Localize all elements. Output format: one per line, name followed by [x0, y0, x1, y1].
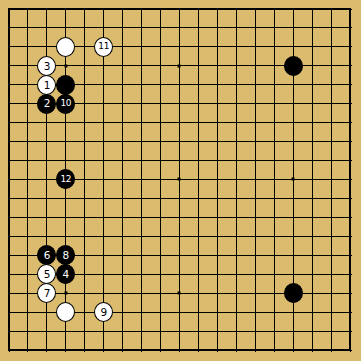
board-cell[interactable] [208, 113, 227, 132]
board-cell[interactable] [340, 246, 359, 265]
board-cell[interactable] [265, 227, 284, 246]
board-cell[interactable] [246, 303, 265, 322]
board-cell[interactable] [246, 37, 265, 56]
board-cell[interactable] [303, 265, 322, 284]
board-cell[interactable] [75, 265, 94, 284]
board-cell[interactable] [94, 170, 113, 189]
board-cell[interactable] [303, 208, 322, 227]
board-cell[interactable] [113, 37, 132, 56]
board-cell[interactable] [227, 94, 246, 113]
board-cell[interactable] [246, 132, 265, 151]
board-cell[interactable]: 1 [37, 75, 56, 94]
board-cell[interactable] [113, 18, 132, 37]
board-cell[interactable] [246, 321, 265, 340]
board-cell[interactable] [227, 151, 246, 170]
board-cell[interactable]: 8 [56, 246, 75, 265]
board-cell[interactable] [75, 132, 94, 151]
board-cell[interactable] [113, 75, 132, 94]
board-cell[interactable] [0, 246, 18, 265]
board-cell[interactable]: 11 [94, 37, 113, 56]
board-cell[interactable] [75, 18, 94, 37]
board-cell[interactable] [189, 132, 208, 151]
board-cell[interactable] [227, 113, 246, 132]
board-cell[interactable] [340, 189, 359, 208]
board-cell[interactable] [18, 94, 37, 113]
board-cell[interactable] [321, 37, 340, 56]
board-cell[interactable] [94, 208, 113, 227]
board-cell[interactable] [113, 303, 132, 322]
board-cell[interactable] [208, 189, 227, 208]
board-cell[interactable] [227, 37, 246, 56]
board-cell[interactable] [170, 18, 189, 37]
board-cell[interactable] [189, 18, 208, 37]
board-cell[interactable] [37, 303, 56, 322]
board-cell[interactable] [227, 265, 246, 284]
board-cell[interactable] [284, 18, 303, 37]
board-cell[interactable] [113, 321, 132, 340]
board-cell[interactable] [75, 303, 94, 322]
board-cell[interactable] [132, 265, 151, 284]
board-cell[interactable] [56, 340, 75, 359]
board-cell[interactable] [132, 18, 151, 37]
board-cell[interactable] [132, 284, 151, 303]
board-cell[interactable] [284, 113, 303, 132]
board-cell[interactable] [0, 170, 18, 189]
board-cell[interactable] [151, 208, 170, 227]
board-cell[interactable]: 7 [37, 284, 56, 303]
board-cell[interactable] [227, 246, 246, 265]
board-cell[interactable] [113, 56, 132, 75]
board-cell[interactable] [170, 208, 189, 227]
board-cell[interactable] [246, 170, 265, 189]
board-cell[interactable] [284, 303, 303, 322]
board-cell[interactable] [265, 0, 284, 18]
board-cell[interactable] [170, 94, 189, 113]
board-cell[interactable] [37, 37, 56, 56]
board-cell[interactable] [246, 208, 265, 227]
board-cell[interactable] [18, 284, 37, 303]
board-cell[interactable] [151, 321, 170, 340]
board-cell[interactable] [0, 284, 18, 303]
board-cell[interactable] [189, 208, 208, 227]
board-cell[interactable] [340, 37, 359, 56]
board-cell[interactable] [18, 151, 37, 170]
board-cell[interactable] [37, 208, 56, 227]
board-cell[interactable] [284, 132, 303, 151]
board-cell[interactable] [340, 170, 359, 189]
board-cell[interactable] [170, 303, 189, 322]
board-cell[interactable] [265, 56, 284, 75]
board-cell[interactable] [246, 265, 265, 284]
board-cell[interactable] [170, 265, 189, 284]
board-cell[interactable] [94, 321, 113, 340]
board-cell[interactable] [75, 227, 94, 246]
board-cell[interactable] [189, 340, 208, 359]
board-cell[interactable] [189, 170, 208, 189]
board-cell[interactable] [246, 340, 265, 359]
board-cell[interactable] [56, 208, 75, 227]
board-cell[interactable] [0, 132, 18, 151]
board-cell[interactable] [56, 321, 75, 340]
board-cell[interactable] [321, 151, 340, 170]
board-cell[interactable] [303, 170, 322, 189]
board-cell[interactable] [113, 208, 132, 227]
board-cell[interactable] [340, 18, 359, 37]
board-cell[interactable] [18, 37, 37, 56]
board-cell[interactable] [170, 246, 189, 265]
board-cell[interactable] [0, 94, 18, 113]
board-cell[interactable] [340, 94, 359, 113]
board-cell[interactable] [170, 321, 189, 340]
board-cell[interactable] [132, 340, 151, 359]
board-cell[interactable] [321, 18, 340, 37]
board-cell[interactable] [265, 132, 284, 151]
board-cell[interactable] [37, 132, 56, 151]
board-cell[interactable] [0, 189, 18, 208]
board-cell[interactable] [284, 340, 303, 359]
board-cell[interactable] [132, 56, 151, 75]
board-cell[interactable] [340, 0, 359, 18]
board-cell[interactable] [227, 227, 246, 246]
board-cell[interactable] [303, 303, 322, 322]
board-cell[interactable] [265, 246, 284, 265]
board-cell[interactable] [340, 321, 359, 340]
board-cell[interactable] [56, 18, 75, 37]
board-cell[interactable] [208, 208, 227, 227]
board-cell[interactable] [246, 75, 265, 94]
board-cell[interactable] [37, 151, 56, 170]
board-cell[interactable] [303, 18, 322, 37]
board-cell[interactable] [284, 284, 303, 303]
board-cell[interactable] [246, 284, 265, 303]
board-cell[interactable] [303, 246, 322, 265]
board-cell[interactable] [303, 151, 322, 170]
board-cell[interactable] [18, 132, 37, 151]
board-cell[interactable] [75, 56, 94, 75]
board-cell[interactable] [37, 18, 56, 37]
board-cell[interactable]: 9 [94, 303, 113, 322]
board-cell[interactable] [170, 37, 189, 56]
board-cell[interactable] [227, 132, 246, 151]
board-cell[interactable] [151, 170, 170, 189]
board-cell[interactable] [189, 0, 208, 18]
board-cell[interactable] [321, 189, 340, 208]
board-cell[interactable] [321, 321, 340, 340]
board-cell[interactable] [151, 75, 170, 94]
board-cell[interactable] [189, 37, 208, 56]
board-cell[interactable] [246, 113, 265, 132]
board-cell[interactable] [56, 227, 75, 246]
board-cell[interactable] [132, 132, 151, 151]
board-cell[interactable] [94, 18, 113, 37]
board-cell[interactable] [75, 94, 94, 113]
board-cell[interactable] [321, 94, 340, 113]
board-cell[interactable] [284, 0, 303, 18]
board-cell[interactable] [113, 340, 132, 359]
board-cell[interactable] [208, 340, 227, 359]
board-cell[interactable] [132, 303, 151, 322]
board-cell[interactable] [94, 340, 113, 359]
board-cell[interactable] [303, 340, 322, 359]
board-cell[interactable] [113, 170, 132, 189]
board-cell[interactable] [151, 303, 170, 322]
board-cell[interactable] [56, 0, 75, 18]
board-cell[interactable] [170, 151, 189, 170]
board-cell[interactable] [284, 75, 303, 94]
board-cell[interactable] [170, 132, 189, 151]
board-cell[interactable] [56, 37, 75, 56]
board-cell[interactable] [265, 151, 284, 170]
board-cell[interactable] [189, 75, 208, 94]
board-cell[interactable] [208, 321, 227, 340]
board-cell[interactable] [113, 189, 132, 208]
board-cell[interactable] [151, 151, 170, 170]
board-cell[interactable] [284, 189, 303, 208]
board-cell[interactable] [170, 75, 189, 94]
board-cell[interactable] [132, 37, 151, 56]
board-cell[interactable] [56, 132, 75, 151]
board-cell[interactable] [284, 170, 303, 189]
board-cell[interactable] [265, 321, 284, 340]
board-cell[interactable] [151, 18, 170, 37]
board-cell[interactable] [56, 284, 75, 303]
board-cell[interactable] [0, 208, 18, 227]
board-cell[interactable] [0, 37, 18, 56]
board-cell[interactable] [132, 75, 151, 94]
board-cell[interactable] [0, 0, 18, 18]
board-cell[interactable] [284, 151, 303, 170]
board-cell[interactable] [75, 0, 94, 18]
board-cell[interactable] [132, 170, 151, 189]
board-cell[interactable] [94, 284, 113, 303]
board-cell[interactable] [113, 227, 132, 246]
board-cell[interactable] [18, 208, 37, 227]
board-cell[interactable] [151, 227, 170, 246]
board-cell[interactable] [303, 284, 322, 303]
board-cell[interactable] [75, 340, 94, 359]
board-cell[interactable] [208, 246, 227, 265]
board-cell[interactable] [94, 265, 113, 284]
board-cell[interactable] [151, 189, 170, 208]
board-cell[interactable] [18, 321, 37, 340]
board-cell[interactable] [321, 208, 340, 227]
board-cell[interactable] [18, 189, 37, 208]
board-cell[interactable] [75, 37, 94, 56]
board-cell[interactable] [113, 151, 132, 170]
board-cell[interactable] [75, 208, 94, 227]
board-cell[interactable] [265, 37, 284, 56]
board-cell[interactable] [132, 113, 151, 132]
board-cell[interactable] [113, 246, 132, 265]
board-cell[interactable] [0, 265, 18, 284]
board-cell[interactable] [132, 208, 151, 227]
board-cell[interactable] [227, 75, 246, 94]
board-cell[interactable] [18, 56, 37, 75]
board-cell[interactable] [303, 37, 322, 56]
board-cell[interactable] [227, 170, 246, 189]
board-cell[interactable] [0, 227, 18, 246]
board-cell[interactable] [340, 340, 359, 359]
board-cell[interactable] [189, 284, 208, 303]
board-cell[interactable] [284, 94, 303, 113]
board-cell[interactable] [151, 0, 170, 18]
board-cell[interactable] [208, 303, 227, 322]
board-cell[interactable] [227, 0, 246, 18]
board-cell[interactable] [75, 321, 94, 340]
board-cell[interactable] [189, 265, 208, 284]
board-cell[interactable] [18, 303, 37, 322]
board-cell[interactable] [208, 170, 227, 189]
board-cell[interactable] [246, 151, 265, 170]
board-cell[interactable] [189, 189, 208, 208]
board-cell[interactable] [113, 265, 132, 284]
board-cell[interactable] [321, 113, 340, 132]
board-cell[interactable] [246, 227, 265, 246]
board-cell[interactable] [56, 151, 75, 170]
board-cell[interactable] [94, 94, 113, 113]
board-cell[interactable] [170, 284, 189, 303]
board-cell[interactable] [321, 75, 340, 94]
board-cell[interactable] [340, 284, 359, 303]
board-cell[interactable] [75, 151, 94, 170]
board-cell[interactable] [94, 132, 113, 151]
board-cell[interactable] [227, 56, 246, 75]
board-cell[interactable] [75, 189, 94, 208]
board-cell[interactable] [18, 113, 37, 132]
board-cell[interactable] [227, 340, 246, 359]
board-cell[interactable] [132, 227, 151, 246]
board-cell[interactable] [303, 321, 322, 340]
board-cell[interactable] [284, 246, 303, 265]
board-cell[interactable] [132, 0, 151, 18]
board-cell[interactable] [189, 113, 208, 132]
board-cell[interactable] [265, 265, 284, 284]
board-cell[interactable] [340, 265, 359, 284]
board-cell[interactable] [94, 189, 113, 208]
board-cell[interactable] [284, 265, 303, 284]
board-cell[interactable] [37, 321, 56, 340]
board-cell[interactable] [0, 321, 18, 340]
board-cell[interactable] [340, 227, 359, 246]
board-cell[interactable] [340, 113, 359, 132]
board-cell[interactable] [37, 113, 56, 132]
board-cell[interactable] [265, 340, 284, 359]
board-cell[interactable] [113, 0, 132, 18]
board-cell[interactable] [18, 265, 37, 284]
board-cell[interactable] [265, 94, 284, 113]
board-cell[interactable] [303, 75, 322, 94]
board-cell[interactable] [151, 37, 170, 56]
board-cell[interactable] [284, 208, 303, 227]
board-cell[interactable] [321, 303, 340, 322]
board-cell[interactable] [170, 340, 189, 359]
board-cell[interactable] [0, 18, 18, 37]
board-cell[interactable] [265, 170, 284, 189]
board-cell[interactable] [151, 340, 170, 359]
board-cell[interactable] [151, 284, 170, 303]
board-cell[interactable] [340, 208, 359, 227]
board-cell[interactable] [284, 227, 303, 246]
board-cell[interactable] [151, 265, 170, 284]
board-cell[interactable] [340, 56, 359, 75]
board-cell[interactable] [75, 75, 94, 94]
board-cell[interactable] [94, 56, 113, 75]
board-cell[interactable] [208, 227, 227, 246]
board-cell[interactable] [170, 189, 189, 208]
board-cell[interactable] [0, 151, 18, 170]
board-cell[interactable] [321, 227, 340, 246]
board-cell[interactable] [246, 94, 265, 113]
board-cell[interactable] [303, 56, 322, 75]
board-cell[interactable]: 3 [37, 56, 56, 75]
board-cell[interactable] [189, 246, 208, 265]
board-cell[interactable] [75, 170, 94, 189]
board-cell[interactable] [151, 113, 170, 132]
board-cell[interactable] [246, 189, 265, 208]
board-cell[interactable] [265, 284, 284, 303]
board-cell[interactable] [113, 94, 132, 113]
board-cell[interactable] [303, 132, 322, 151]
board-cell[interactable] [0, 75, 18, 94]
board-cell[interactable] [151, 94, 170, 113]
board-cell[interactable] [18, 246, 37, 265]
board-cell[interactable] [321, 284, 340, 303]
board-cell[interactable] [208, 284, 227, 303]
board-cell[interactable] [94, 0, 113, 18]
board-cell[interactable]: 4 [56, 265, 75, 284]
board-cell[interactable] [208, 265, 227, 284]
board-cell[interactable] [75, 246, 94, 265]
board-cell[interactable] [18, 18, 37, 37]
board-cell[interactable] [246, 56, 265, 75]
board-cell[interactable] [94, 227, 113, 246]
board-cell[interactable] [75, 113, 94, 132]
board-cell[interactable] [151, 246, 170, 265]
board-cell[interactable] [284, 56, 303, 75]
board-cell[interactable] [37, 170, 56, 189]
board-cell[interactable] [37, 340, 56, 359]
board-cell[interactable] [265, 18, 284, 37]
board-cell[interactable] [189, 227, 208, 246]
board-cell[interactable] [189, 56, 208, 75]
board-cell[interactable] [189, 151, 208, 170]
board-cell[interactable] [208, 151, 227, 170]
board-cell[interactable] [56, 113, 75, 132]
board-cell[interactable] [56, 56, 75, 75]
board-cell[interactable] [18, 170, 37, 189]
board-cell[interactable] [227, 18, 246, 37]
board-cell[interactable] [151, 56, 170, 75]
board-cell[interactable] [132, 94, 151, 113]
board-cell[interactable] [37, 227, 56, 246]
board-cell[interactable] [0, 303, 18, 322]
board-cell[interactable] [113, 132, 132, 151]
board-cell[interactable] [208, 94, 227, 113]
board-cell[interactable] [340, 132, 359, 151]
board-cell[interactable] [340, 303, 359, 322]
board-cell[interactable] [56, 189, 75, 208]
board-cell[interactable] [303, 189, 322, 208]
board-cell[interactable] [321, 246, 340, 265]
board-cell[interactable]: 6 [37, 246, 56, 265]
board-cell[interactable] [303, 94, 322, 113]
board-cell[interactable]: 2 [37, 94, 56, 113]
board-cell[interactable] [340, 151, 359, 170]
board-cell[interactable] [321, 0, 340, 18]
board-cell[interactable] [284, 37, 303, 56]
board-cell[interactable] [303, 113, 322, 132]
board-cell[interactable] [189, 303, 208, 322]
